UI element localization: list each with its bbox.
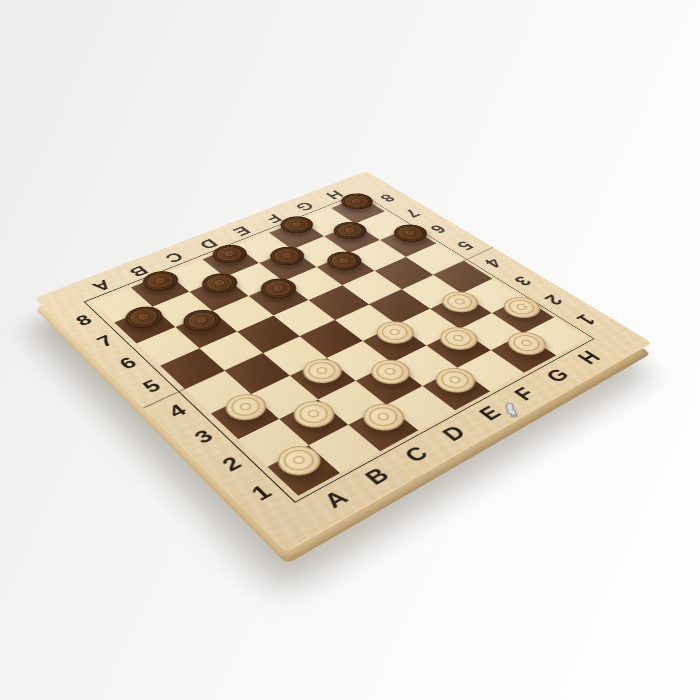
piece-dark-man-c7[interactable]: ⛂ [196, 270, 245, 298]
board-face: ⛂⛂⛂⛂⛂⛂⛂⛂⛂⛂⛂⛂⛀⛀⛀⛀⛀⛀⛀⛀⛀⛀⛀⛀ ABCDEFGHABCDEFG… [34, 171, 652, 552]
light-man-glyph: ⛀ [218, 389, 274, 426]
photo-scene: ⛂⛂⛂⛂⛂⛂⛂⛂⛂⛂⛂⛂⛀⛀⛀⛀⛀⛀⛀⛀⛀⛀⛀⛀ ABCDEFGHABCDEFG… [0, 0, 700, 700]
light-man-glyph: ⛀ [295, 354, 349, 388]
piece-light-man-c3[interactable]: ⛀ [295, 354, 349, 388]
piece-dark-man-b8[interactable]: ⛂ [136, 267, 184, 294]
dark-man-glyph: ⛂ [196, 270, 245, 298]
checkers-board: ⛂⛂⛂⛂⛂⛂⛂⛂⛂⛂⛂⛂⛀⛀⛀⛀⛀⛀⛀⛀⛀⛀⛀⛀ ABCDEFGHABCDEFG… [34, 171, 652, 552]
square-c7[interactable]: ⛂ [189, 277, 248, 311]
piece-light-man-d2[interactable]: ⛀ [363, 355, 418, 389]
light-man-glyph: ⛀ [363, 355, 418, 389]
piece-light-man-a3[interactable]: ⛀ [218, 389, 274, 426]
dark-man-glyph: ⛂ [136, 267, 184, 294]
